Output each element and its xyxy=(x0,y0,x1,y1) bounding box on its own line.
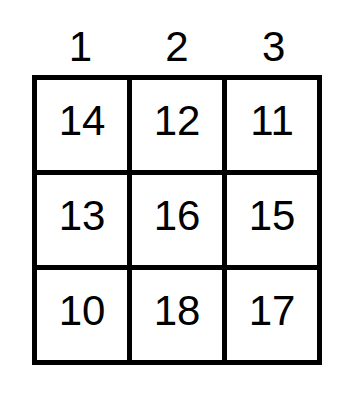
cell-r1c2[interactable]: 12 xyxy=(132,80,222,170)
column-header-2: 2 xyxy=(165,26,188,68)
column-header-3: 3 xyxy=(262,26,285,68)
cell-r2c1[interactable]: 13 xyxy=(37,175,127,265)
cell-r2c3[interactable]: 15 xyxy=(227,175,317,265)
cell-r3c3[interactable]: 17 xyxy=(227,270,317,360)
column-headers: 1 2 3 xyxy=(32,18,322,68)
puzzle-canvas: 1 2 3 14 12 11 13 16 15 10 18 17 xyxy=(0,0,354,400)
cell-r2c2[interactable]: 16 xyxy=(132,175,222,265)
column-header-1: 1 xyxy=(69,26,92,68)
cell-r3c1[interactable]: 10 xyxy=(37,270,127,360)
cell-r1c3[interactable]: 11 xyxy=(227,80,317,170)
grid-board: 14 12 11 13 16 15 10 18 17 xyxy=(32,75,322,365)
cell-r3c2[interactable]: 18 xyxy=(132,270,222,360)
cell-r1c1[interactable]: 14 xyxy=(37,80,127,170)
